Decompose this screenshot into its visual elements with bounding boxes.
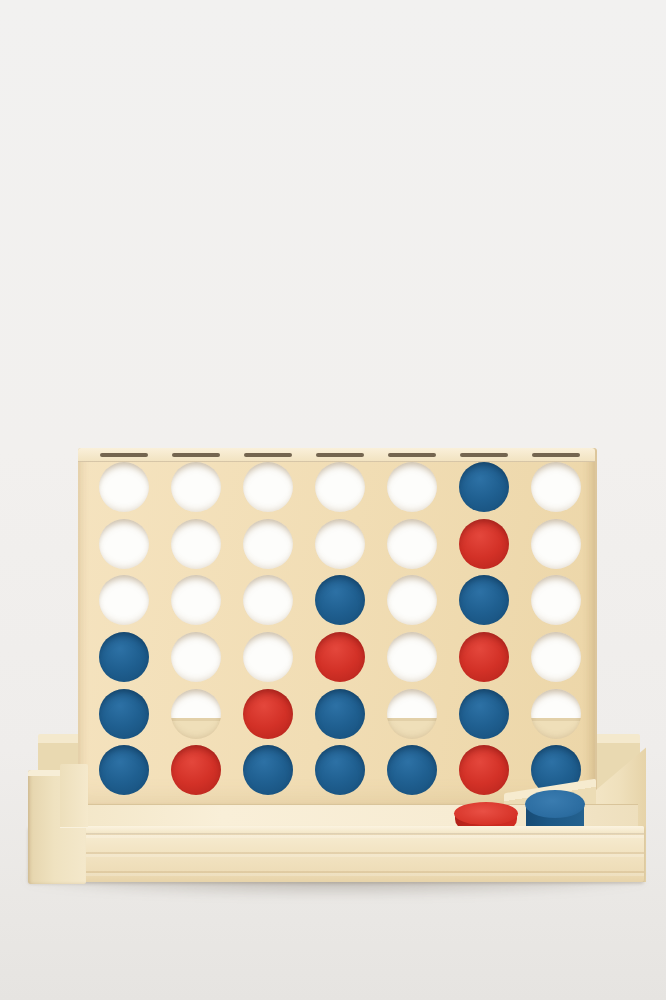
board-cell [304,629,376,686]
hole-empty [315,462,365,512]
board-cell [376,459,448,516]
hole-empty [531,462,581,512]
board-cell [376,572,448,629]
board-cell [232,516,304,573]
board-cell [304,459,376,516]
hole-empty [531,632,581,682]
board-cell [160,742,232,799]
board-cell [520,572,592,629]
hole-empty [171,575,221,625]
disc-blue [315,745,365,795]
board-cell [88,742,160,799]
hole-empty [531,519,581,569]
board-cell [160,572,232,629]
disc-blue [459,462,509,512]
board-cell [448,629,520,686]
board-cell [376,742,448,799]
board-cell [160,516,232,573]
hole-empty [531,575,581,625]
disc-red [315,632,365,682]
drop-slot-notch [244,453,292,457]
board-cell [520,516,592,573]
board-cell [520,459,592,516]
hole-empty [171,519,221,569]
board-cell [376,629,448,686]
disc-red [459,632,509,682]
disc-red [171,745,221,795]
drop-slot-notch [172,453,220,457]
drop-slot-notch [100,453,148,457]
board-cell [304,685,376,742]
board-cell [88,516,160,573]
board-cell [88,685,160,742]
board-cell [448,742,520,799]
hole-empty [243,632,293,682]
disc-top-face [454,802,518,825]
disc-blue [99,745,149,795]
disc-blue [99,689,149,739]
hole-empty [171,632,221,682]
tray-left-step [60,764,88,828]
board-cell [160,459,232,516]
drop-slot-notch [532,453,580,457]
photo-scene [0,0,666,1000]
disc-blue [99,632,149,682]
board-cell [232,629,304,686]
board-cell [448,572,520,629]
hole-empty [171,689,221,739]
hole-empty [243,575,293,625]
hole-empty [387,632,437,682]
hole-empty [243,519,293,569]
hole-empty [171,462,221,512]
board-cell [88,629,160,686]
hole-empty [243,462,293,512]
board-cell [232,742,304,799]
drop-slot-notch [460,453,508,457]
hole-empty [99,519,149,569]
board-cell [160,629,232,686]
disc-blue [459,689,509,739]
board-cell [232,572,304,629]
disc-blue [315,689,365,739]
board-cell [448,685,520,742]
board-cell [448,516,520,573]
disc-red [243,689,293,739]
disc-blue [387,745,437,795]
hole-empty [99,462,149,512]
hole-empty [531,689,581,739]
connect-four-board [78,448,597,810]
board-cell [448,459,520,516]
board-cell [376,685,448,742]
hole-empty [387,519,437,569]
disc-red [459,745,509,795]
tray-front-top-edge [28,826,644,834]
board-cell [304,516,376,573]
board-cell [88,572,160,629]
board-cell [520,629,592,686]
board-cell [88,459,160,516]
hole-empty [387,689,437,739]
board-cell [232,685,304,742]
board-cell [232,459,304,516]
board-cell [304,742,376,799]
board-cell [520,685,592,742]
disc-blue [243,745,293,795]
board-grid [88,459,592,799]
hole-empty [387,462,437,512]
drop-slot-notch [316,453,364,457]
disc-blue [459,575,509,625]
board-cell [376,516,448,573]
disc-blue [315,575,365,625]
hole-empty [387,575,437,625]
disc-top-face [525,790,585,818]
hole-empty [99,575,149,625]
drop-slot-notch [388,453,436,457]
board-cell [304,572,376,629]
disc-red [459,519,509,569]
hole-empty [315,519,365,569]
board-cell [160,685,232,742]
tray-front-wall [28,826,644,882]
drop-slots [88,450,592,459]
